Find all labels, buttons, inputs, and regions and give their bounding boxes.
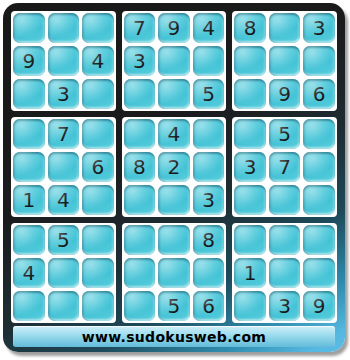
cell-r7c2-given: 5 [48, 225, 80, 255]
cell-r2c2-empty[interactable] [48, 46, 80, 76]
cell-r2c9-empty[interactable] [303, 46, 335, 76]
block-2-2: 4823 [122, 117, 227, 217]
cell-r5c9-empty[interactable] [303, 152, 335, 182]
cell-r7c5-empty[interactable] [158, 225, 190, 255]
cell-r1c2-empty[interactable] [48, 13, 80, 43]
cell-r2c6-empty[interactable] [193, 46, 225, 76]
cell-r2c1-given: 9 [13, 46, 45, 76]
cell-r1c9-given: 3 [303, 13, 335, 43]
cell-r6c6-given: 3 [193, 185, 225, 215]
cell-r5c4-given: 8 [124, 152, 156, 182]
cell-r3c5-empty[interactable] [158, 79, 190, 109]
block-2-1: 7614 [11, 117, 116, 217]
cell-r1c3-empty[interactable] [82, 13, 114, 43]
cell-r2c4-given: 3 [124, 46, 156, 76]
cell-r4c4-empty[interactable] [124, 119, 156, 149]
cell-r3c3-empty[interactable] [82, 79, 114, 109]
cell-r4c7-empty[interactable] [234, 119, 266, 149]
cell-r6c4-empty[interactable] [124, 185, 156, 215]
block-1-2: 79435 [122, 11, 227, 111]
cell-r4c3-empty[interactable] [82, 119, 114, 149]
cell-r4c1-empty[interactable] [13, 119, 45, 149]
cell-r5c5-given: 2 [158, 152, 190, 182]
cell-r9c6-given: 6 [193, 291, 225, 321]
cell-r8c6-empty[interactable] [193, 258, 225, 288]
cell-r3c6-given: 5 [193, 79, 225, 109]
website-link[interactable]: www.sudokusweb.com [82, 329, 266, 345]
block-1-1: 943 [11, 11, 116, 111]
cell-r5c3-given: 6 [82, 152, 114, 182]
block-3-1: 54 [11, 223, 116, 323]
cell-r5c2-empty[interactable] [48, 152, 80, 182]
cell-r3c1-empty[interactable] [13, 79, 45, 109]
cell-r1c7-given: 8 [234, 13, 266, 43]
cell-r7c7-empty[interactable] [234, 225, 266, 255]
cell-r9c8-given: 3 [269, 291, 301, 321]
cell-r5c1-empty[interactable] [13, 152, 45, 182]
cell-r6c9-empty[interactable] [303, 185, 335, 215]
cell-r6c8-empty[interactable] [269, 185, 301, 215]
cell-r7c1-empty[interactable] [13, 225, 45, 255]
block-1-3: 8396 [232, 11, 337, 111]
cell-r7c8-empty[interactable] [269, 225, 301, 255]
cell-r6c3-empty[interactable] [82, 185, 114, 215]
cell-r3c9-given: 6 [303, 79, 335, 109]
cell-r8c3-empty[interactable] [82, 258, 114, 288]
cell-r6c2-given: 4 [48, 185, 80, 215]
cell-r9c9-given: 9 [303, 291, 335, 321]
cell-r8c2-empty[interactable] [48, 258, 80, 288]
cell-r3c8-given: 9 [269, 79, 301, 109]
cell-r8c4-empty[interactable] [124, 258, 156, 288]
cell-r8c9-empty[interactable] [303, 258, 335, 288]
cell-r7c3-empty[interactable] [82, 225, 114, 255]
cell-r3c4-empty[interactable] [124, 79, 156, 109]
cell-r7c4-empty[interactable] [124, 225, 156, 255]
cell-r4c2-given: 7 [48, 119, 80, 149]
cell-r2c3-given: 4 [82, 46, 114, 76]
cell-r6c5-empty[interactable] [158, 185, 190, 215]
cell-r1c6-given: 4 [193, 13, 225, 43]
cell-r4c8-given: 5 [269, 119, 301, 149]
sudoku-grid: 9437943583967614482353754856139 [11, 11, 337, 323]
cell-r8c8-empty[interactable] [269, 258, 301, 288]
cell-r2c8-empty[interactable] [269, 46, 301, 76]
block-2-3: 537 [232, 117, 337, 217]
cell-r1c5-given: 9 [158, 13, 190, 43]
cell-r8c1-given: 4 [13, 258, 45, 288]
cell-r1c8-empty[interactable] [269, 13, 301, 43]
cell-r9c5-given: 5 [158, 291, 190, 321]
cell-r4c6-empty[interactable] [193, 119, 225, 149]
cell-r9c4-empty[interactable] [124, 291, 156, 321]
sudoku-board-frame: 9437943583967614482353754856139 www.sudo… [3, 3, 345, 352]
block-3-3: 139 [232, 223, 337, 323]
cell-r8c5-empty[interactable] [158, 258, 190, 288]
cell-r2c5-empty[interactable] [158, 46, 190, 76]
cell-r6c1-given: 1 [13, 185, 45, 215]
cell-r3c7-empty[interactable] [234, 79, 266, 109]
cell-r7c9-empty[interactable] [303, 225, 335, 255]
cell-r4c5-given: 4 [158, 119, 190, 149]
cell-r7c6-given: 8 [193, 225, 225, 255]
cell-r8c7-given: 1 [234, 258, 266, 288]
block-3-2: 856 [122, 223, 227, 323]
cell-r9c2-empty[interactable] [48, 291, 80, 321]
cell-r3c2-given: 3 [48, 79, 80, 109]
footer-bar: www.sudokusweb.com [13, 326, 335, 347]
cell-r9c1-empty[interactable] [13, 291, 45, 321]
cell-r4c9-empty[interactable] [303, 119, 335, 149]
cell-r1c1-empty[interactable] [13, 13, 45, 43]
cell-r5c8-given: 7 [269, 152, 301, 182]
cell-r1c4-given: 7 [124, 13, 156, 43]
cell-r6c7-empty[interactable] [234, 185, 266, 215]
cell-r9c7-empty[interactable] [234, 291, 266, 321]
cell-r9c3-empty[interactable] [82, 291, 114, 321]
cell-r5c7-given: 3 [234, 152, 266, 182]
cell-r5c6-empty[interactable] [193, 152, 225, 182]
cell-r2c7-empty[interactable] [234, 46, 266, 76]
